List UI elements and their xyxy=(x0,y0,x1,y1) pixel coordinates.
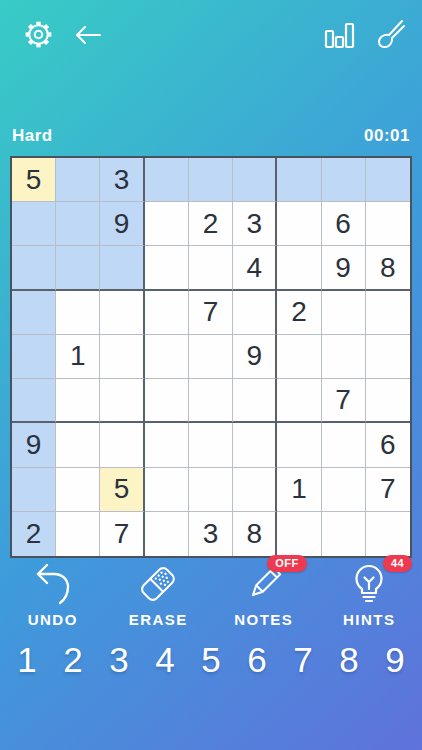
sudoku-cell-r7c6[interactable] xyxy=(233,423,277,467)
sudoku-cell-r7c9[interactable]: 6 xyxy=(366,423,410,467)
sudoku-cell-r8c1[interactable] xyxy=(12,468,56,512)
sudoku-cell-r9c8[interactable] xyxy=(322,512,366,556)
numpad-key-6[interactable]: 6 xyxy=(247,642,266,677)
numpad-key-5[interactable]: 5 xyxy=(201,642,220,677)
sudoku-cell-r6c8[interactable]: 7 xyxy=(322,379,366,423)
sudoku-cell-r2c2[interactable] xyxy=(56,202,100,246)
sudoku-cell-r2c5[interactable]: 2 xyxy=(189,202,233,246)
sudoku-cell-r8c4[interactable] xyxy=(145,468,189,512)
undo-label: UNDO xyxy=(28,611,78,628)
sudoku-cell-r4c9[interactable] xyxy=(366,291,410,335)
sudoku-cell-r6c7[interactable] xyxy=(277,379,321,423)
sudoku-board[interactable]: 53923649872197965172738 xyxy=(10,156,412,558)
erase-label: ERASE xyxy=(129,611,188,628)
sudoku-cell-r9c5[interactable]: 3 xyxy=(189,512,233,556)
status-row: Hard 00:01 xyxy=(12,126,410,146)
bar-chart-icon xyxy=(324,20,355,50)
sudoku-cell-r3c9[interactable]: 8 xyxy=(366,246,410,290)
sudoku-cell-r1c2[interactable] xyxy=(56,158,100,202)
sudoku-cell-r1c7[interactable] xyxy=(277,158,321,202)
sudoku-cell-r4c6[interactable] xyxy=(233,291,277,335)
eraser-icon xyxy=(135,562,181,606)
sudoku-cell-r5c3[interactable] xyxy=(100,335,144,379)
settings-button[interactable] xyxy=(22,18,55,51)
numpad-key-8[interactable]: 8 xyxy=(339,642,358,677)
sudoku-cell-r4c5[interactable]: 7 xyxy=(189,291,233,335)
theme-button[interactable] xyxy=(373,18,406,51)
sudoku-cell-r5c4[interactable] xyxy=(145,335,189,379)
sudoku-cell-r2c1[interactable] xyxy=(12,202,56,246)
sudoku-cell-r7c2[interactable] xyxy=(56,423,100,467)
sudoku-cell-r8c3[interactable]: 5 xyxy=(100,468,144,512)
timer: 00:01 xyxy=(364,126,410,146)
erase-button[interactable]: ERASE xyxy=(106,562,212,628)
sudoku-cell-r1c3[interactable]: 3 xyxy=(100,158,144,202)
sudoku-cell-r5c9[interactable] xyxy=(366,335,410,379)
sudoku-cell-r5c5[interactable] xyxy=(189,335,233,379)
numpad-key-9[interactable]: 9 xyxy=(385,642,404,677)
sudoku-cell-r4c7[interactable]: 2 xyxy=(277,291,321,335)
sudoku-cell-r9c6[interactable]: 8 xyxy=(233,512,277,556)
sudoku-cell-r6c5[interactable] xyxy=(189,379,233,423)
sudoku-cell-r7c3[interactable] xyxy=(100,423,144,467)
undo-icon xyxy=(30,562,76,606)
sudoku-cell-r6c4[interactable] xyxy=(145,379,189,423)
sudoku-cell-r4c2[interactable] xyxy=(56,291,100,335)
sudoku-cell-r3c6[interactable]: 4 xyxy=(233,246,277,290)
back-arrow-icon xyxy=(73,23,103,47)
sudoku-cell-r4c4[interactable] xyxy=(145,291,189,335)
hints-count-badge: 44 xyxy=(383,555,412,572)
sudoku-cell-r1c5[interactable] xyxy=(189,158,233,202)
difficulty-label: Hard xyxy=(12,126,53,146)
sudoku-cell-r2c9[interactable] xyxy=(366,202,410,246)
lightbulb-icon: 44 xyxy=(346,562,392,606)
pencil-icon: OFF xyxy=(241,562,287,606)
sudoku-cell-r2c8[interactable]: 6 xyxy=(322,202,366,246)
sudoku-cell-r6c2[interactable] xyxy=(56,379,100,423)
sudoku-cell-r5c6[interactable]: 9 xyxy=(233,335,277,379)
sudoku-cell-r3c5[interactable] xyxy=(189,246,233,290)
sudoku-cell-r4c3[interactable] xyxy=(100,291,144,335)
toolbar: UNDO ERASE xyxy=(0,562,422,640)
sudoku-cell-r3c4[interactable] xyxy=(145,246,189,290)
sudoku-cell-r8c6[interactable] xyxy=(233,468,277,512)
sudoku-cell-r1c6[interactable] xyxy=(233,158,277,202)
paintbrush-icon xyxy=(373,18,406,51)
statistics-button[interactable] xyxy=(324,20,355,50)
sudoku-cell-r5c2[interactable]: 1 xyxy=(56,335,100,379)
sudoku-cell-r3c3[interactable] xyxy=(100,246,144,290)
sudoku-cell-r8c5[interactable] xyxy=(189,468,233,512)
sudoku-cell-r1c9[interactable] xyxy=(366,158,410,202)
sudoku-cell-r9c3[interactable]: 7 xyxy=(100,512,144,556)
hints-button[interactable]: 44 HINTS xyxy=(317,562,422,628)
sudoku-cell-r3c7[interactable] xyxy=(277,246,321,290)
sudoku-cell-r8c7[interactable]: 1 xyxy=(277,468,321,512)
sudoku-cell-r6c9[interactable] xyxy=(366,379,410,423)
sudoku-cell-r7c4[interactable] xyxy=(145,423,189,467)
top-bar xyxy=(0,14,422,51)
sudoku-cell-r1c8[interactable] xyxy=(322,158,366,202)
sudoku-cell-r5c8[interactable] xyxy=(322,335,366,379)
sudoku-cell-r9c1[interactable]: 2 xyxy=(12,512,56,556)
gear-icon xyxy=(22,18,55,51)
undo-button[interactable]: UNDO xyxy=(0,562,106,628)
sudoku-cell-r6c1[interactable] xyxy=(12,379,56,423)
sudoku-cell-r7c8[interactable] xyxy=(322,423,366,467)
sudoku-cell-r9c7[interactable] xyxy=(277,512,321,556)
sudoku-cell-r6c6[interactable] xyxy=(233,379,277,423)
numpad-key-1[interactable]: 1 xyxy=(17,642,36,677)
hints-label: HINTS xyxy=(343,611,396,628)
sudoku-cell-r7c7[interactable] xyxy=(277,423,321,467)
sudoku-cell-r2c6[interactable]: 3 xyxy=(233,202,277,246)
numpad-key-3[interactable]: 3 xyxy=(109,642,128,677)
sudoku-cell-r3c1[interactable] xyxy=(12,246,56,290)
sudoku-cell-r4c1[interactable] xyxy=(12,291,56,335)
numpad-key-2[interactable]: 2 xyxy=(63,642,82,677)
number-pad: 123456789 xyxy=(4,634,418,684)
notes-label: NOTES xyxy=(234,611,293,628)
sudoku-cell-r8c9[interactable]: 7 xyxy=(366,468,410,512)
sudoku-cell-r3c8[interactable]: 9 xyxy=(322,246,366,290)
sudoku-cell-r8c2[interactable] xyxy=(56,468,100,512)
sudoku-cell-r7c1[interactable]: 9 xyxy=(12,423,56,467)
sudoku-cell-r2c7[interactable] xyxy=(277,202,321,246)
sudoku-cell-r6c3[interactable] xyxy=(100,379,144,423)
numpad-key-4[interactable]: 4 xyxy=(155,642,174,677)
sudoku-cell-r2c4[interactable] xyxy=(145,202,189,246)
sudoku-cell-r2c3[interactable]: 9 xyxy=(100,202,144,246)
back-button[interactable] xyxy=(73,23,103,47)
sudoku-cell-r3c2[interactable] xyxy=(56,246,100,290)
notes-off-badge: OFF xyxy=(267,555,307,572)
sudoku-cell-r9c2[interactable] xyxy=(56,512,100,556)
sudoku-cell-r1c4[interactable] xyxy=(145,158,189,202)
sudoku-cell-r7c5[interactable] xyxy=(189,423,233,467)
sudoku-cell-r9c4[interactable] xyxy=(145,512,189,556)
notes-button[interactable]: OFF NOTES xyxy=(211,562,317,628)
sudoku-cell-r4c8[interactable] xyxy=(322,291,366,335)
sudoku-cell-r8c8[interactable] xyxy=(322,468,366,512)
sudoku-cell-r5c7[interactable] xyxy=(277,335,321,379)
sudoku-cell-r9c9[interactable] xyxy=(366,512,410,556)
sudoku-cell-r1c1[interactable]: 5 xyxy=(12,158,56,202)
numpad-key-7[interactable]: 7 xyxy=(293,642,312,677)
sudoku-cell-r5c1[interactable] xyxy=(12,335,56,379)
